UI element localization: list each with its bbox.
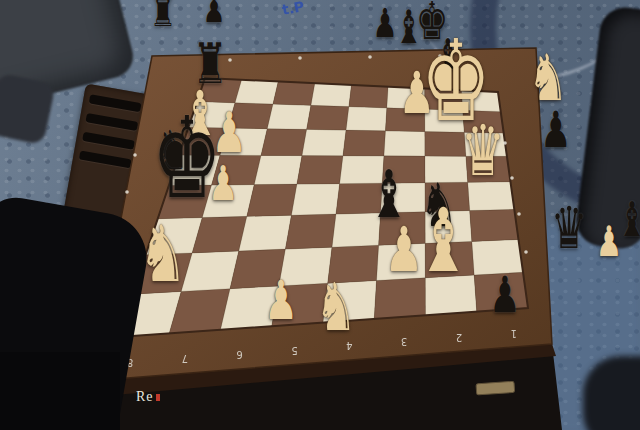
- border-dot: [133, 153, 137, 157]
- piece-white-queen-e1: ♛: [461, 116, 505, 186]
- piece-white-pawn-table-right: ♟: [596, 221, 622, 263]
- tournament-table-photo: t.P 87654321 ♜♚♞♝♟♟♟♚♛♝♟♞♟♝♞♟♞♝♟♝♚♜♟♞♟♛♟…: [0, 0, 640, 430]
- coordinate-label: 3: [401, 336, 407, 347]
- square-g4: [346, 107, 387, 131]
- piece-white-knight-a4: ♞: [315, 275, 356, 341]
- board-clasp: [476, 381, 515, 395]
- piece-black-pawn-a1: ♟: [489, 270, 520, 320]
- piece-black-rook-table-top-left: ♜: [150, 0, 176, 33]
- border-dot: [228, 58, 232, 62]
- square-e5: [297, 156, 343, 185]
- brand-red-mark: [156, 394, 160, 401]
- border-dot: [517, 212, 521, 216]
- square-c5: [285, 214, 336, 249]
- coordinate-label: 5: [291, 345, 297, 356]
- piece-white-pawn-b3: ♟: [385, 219, 424, 281]
- piece-black-pawn-table-top-left: ♟: [203, 0, 226, 28]
- border-dot: [524, 250, 528, 254]
- coordinate-label: 7: [182, 353, 188, 364]
- square-d5: [291, 184, 339, 216]
- coordinate-label: 6: [236, 349, 242, 360]
- square-f3: [384, 131, 425, 156]
- piece-white-pawn-a5: ♟: [264, 274, 298, 328]
- square-c6: [239, 215, 292, 251]
- square-g6: [267, 104, 311, 129]
- border-dot: [368, 55, 372, 59]
- border-dot: [298, 56, 302, 60]
- square-h6: [273, 82, 315, 106]
- bag-bottom-left-shadow: [0, 352, 120, 430]
- square-h4: [349, 85, 388, 108]
- square-d6: [247, 184, 297, 216]
- square-g5: [307, 105, 349, 130]
- coordinate-label: 1: [511, 328, 517, 339]
- square-f6: [261, 129, 307, 156]
- piece-black-pawn-table-right: ♟: [540, 105, 571, 155]
- square-h5: [311, 83, 352, 106]
- border-dot: [125, 190, 129, 194]
- square-c1: [470, 209, 519, 241]
- board-brand-text: Re: [136, 389, 160, 405]
- coordinate-label: 2: [456, 332, 462, 343]
- border-dot: [510, 176, 514, 180]
- piece-white-bishop-b2: ♝: [415, 197, 470, 285]
- square-f5: [302, 129, 346, 155]
- square-f4: [343, 130, 385, 156]
- square-e6: [254, 155, 302, 184]
- piece-white-pawn-d7: ♟: [208, 159, 238, 207]
- piece-black-bishop-table-top: ♝: [395, 4, 424, 50]
- piece-black-queen-table-right: ♛: [551, 199, 587, 257]
